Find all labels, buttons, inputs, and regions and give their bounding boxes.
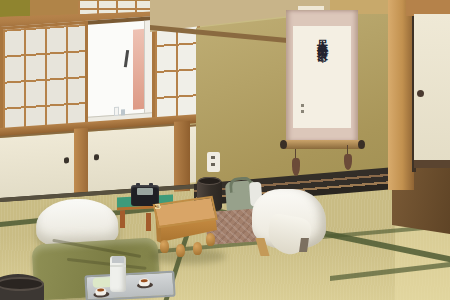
bottle-cap — [112, 256, 124, 263]
sill-item — [121, 109, 125, 115]
scroll-tassel — [292, 158, 300, 176]
fusuma-handle — [94, 154, 99, 160]
cushion-crease — [67, 258, 147, 270]
shogi-clock — [131, 185, 159, 206]
roller-knob — [358, 140, 365, 149]
clock-button — [136, 183, 140, 186]
clock-lcd-display — [137, 188, 153, 195]
scroll-roller — [282, 140, 362, 149]
wood-pillar — [388, 0, 414, 190]
open-window — [88, 16, 152, 126]
table-leg — [146, 213, 151, 231]
outlet-slot — [211, 163, 215, 166]
teacup — [139, 278, 150, 287]
scroll-tassel — [344, 154, 352, 170]
wood-pillar — [74, 128, 88, 197]
teacup — [95, 287, 106, 296]
hanging-scroll: 尽人事而待天命 — [284, 0, 362, 184]
scroll-paper: 尽人事而待天命 — [293, 26, 351, 128]
roller-knob — [280, 140, 287, 149]
wood-pillar — [174, 121, 190, 192]
board-leg — [176, 244, 185, 257]
signature-mark — [301, 104, 304, 107]
cushion-crease — [52, 239, 141, 258]
signature-mark — [301, 110, 304, 113]
calligraphy-text: 尽人事而待天命 — [317, 30, 328, 44]
fusuma-panel — [88, 124, 174, 192]
board-leg — [193, 242, 202, 255]
fusuma-round-handle — [417, 90, 424, 97]
board-leg — [160, 240, 169, 253]
fusuma-panel — [0, 131, 74, 200]
door-base-trim — [414, 160, 450, 168]
dark-cylinder-bin — [0, 274, 44, 300]
window-handle — [124, 50, 129, 67]
fusuma-door — [414, 14, 450, 164]
electrical-outlet — [207, 152, 220, 172]
tea-surface — [97, 288, 104, 291]
bottle-band — [110, 265, 126, 267]
tea-surface — [141, 279, 148, 282]
fusuma-handle — [64, 157, 69, 163]
hot-water-bottle — [110, 256, 126, 292]
board-leg — [206, 233, 215, 246]
tea-tray — [84, 271, 175, 300]
clock-button — [149, 183, 153, 186]
window-sash — [144, 20, 152, 127]
shogi-square — [155, 206, 156, 207]
tatami-room-photo: 尽人事而待天命 香金歩銀歩歩歩桂金歩歩歩歩王歩歩歩飛歩銀歩角歩歩金 — [0, 0, 450, 300]
outlet-slot — [211, 156, 215, 159]
table-leg — [120, 210, 125, 228]
sill-bottle — [114, 107, 119, 116]
shoji-screen-left — [0, 21, 88, 133]
